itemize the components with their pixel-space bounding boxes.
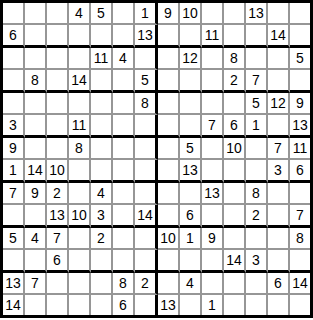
cell-r9c10[interactable]: 13 (202, 183, 224, 205)
cell-r7c11[interactable]: 10 (224, 138, 246, 160)
cell-r4c7[interactable]: 5 (135, 70, 158, 93)
cell-r2c13[interactable]: 14 (268, 25, 290, 48)
cell-r12c11[interactable]: 14 (224, 250, 246, 273)
cell-r6c9[interactable] (180, 115, 202, 138)
cell-r3c9[interactable]: 12 (180, 48, 202, 70)
cell-r12c4[interactable] (69, 250, 91, 273)
cell-r8c8[interactable] (158, 160, 180, 183)
cell-r4c12[interactable]: 7 (246, 70, 268, 93)
cell-r5c2[interactable] (25, 93, 47, 115)
cell-r1c14[interactable] (290, 3, 310, 25)
cell-r3c3[interactable] (47, 48, 69, 70)
cell-r6c14[interactable]: 13 (290, 115, 310, 138)
cell-r7c7[interactable] (135, 138, 158, 160)
cell-r14c7[interactable] (135, 295, 158, 315)
cell-r10c11[interactable] (224, 205, 246, 228)
board-row-10: 1310314627 (3, 205, 310, 228)
cell-r10c12[interactable]: 2 (246, 205, 268, 228)
cell-r10c8[interactable] (158, 205, 180, 228)
cell-r9c5[interactable]: 4 (91, 183, 113, 205)
cell-r5c8[interactable] (158, 93, 180, 115)
cell-r5c12[interactable]: 5 (246, 93, 268, 115)
cell-r4c8[interactable] (158, 70, 180, 93)
cell-r9c9[interactable] (180, 183, 202, 205)
cell-r4c5[interactable] (91, 70, 113, 93)
cell-r11c1[interactable]: 5 (3, 228, 25, 250)
cell-r4c2[interactable]: 8 (25, 70, 47, 93)
cell-r13c2[interactable]: 7 (25, 273, 47, 295)
cell-r11c9[interactable]: 1 (180, 228, 202, 250)
cell-r4c13[interactable] (268, 70, 290, 93)
cell-r1c12[interactable]: 13 (246, 3, 268, 25)
cell-r8c2[interactable]: 14 (25, 160, 47, 183)
cell-r14c9[interactable] (180, 295, 202, 315)
cell-r12c14[interactable] (290, 250, 310, 273)
board-row-14: 146131 (3, 295, 310, 315)
cell-r2c9[interactable] (180, 25, 202, 48)
cell-r14c4[interactable] (69, 295, 91, 315)
cell-r1c1[interactable] (3, 3, 25, 25)
cell-r13c10[interactable] (202, 273, 224, 295)
cell-r1c13[interactable] (268, 3, 290, 25)
cell-r6c6[interactable] (113, 115, 135, 138)
cell-r3c7[interactable] (135, 48, 158, 70)
cell-r3c2[interactable] (25, 48, 47, 70)
cell-r1c4[interactable]: 4 (69, 3, 91, 25)
cell-r6c12[interactable]: 1 (246, 115, 268, 138)
cell-r10c14[interactable]: 7 (290, 205, 310, 228)
cell-r14c10[interactable]: 1 (202, 295, 224, 315)
cell-r3c6[interactable]: 4 (113, 48, 135, 70)
cell-r8c3[interactable]: 10 (47, 160, 69, 183)
board-row-6: 31176113 (3, 115, 310, 138)
cell-r9c8[interactable] (158, 183, 180, 205)
cell-r8c7[interactable] (135, 160, 158, 183)
cell-r1c2[interactable] (25, 3, 47, 25)
board-row-8: 114101336 (3, 160, 310, 183)
cell-r1c11[interactable] (224, 3, 246, 25)
cell-r14c14[interactable] (290, 295, 310, 315)
cell-r4c11[interactable]: 2 (224, 70, 246, 93)
cell-r7c13[interactable]: 7 (268, 138, 290, 160)
cell-r7c5[interactable] (91, 138, 113, 160)
cell-r10c3[interactable]: 13 (47, 205, 69, 228)
cell-r2c7[interactable]: 13 (135, 25, 158, 48)
cell-r10c10[interactable] (202, 205, 224, 228)
cell-r3c12[interactable] (246, 48, 268, 70)
cell-r12c1[interactable] (3, 250, 25, 273)
board-row-3: 1141285 (3, 48, 310, 70)
cell-r6c1[interactable]: 3 (3, 115, 25, 138)
cell-r5c9[interactable] (180, 93, 202, 115)
cell-r9c6[interactable] (113, 183, 135, 205)
cell-r1c9[interactable]: 10 (180, 3, 202, 25)
cell-r1c6[interactable] (113, 3, 135, 25)
cell-r8c9[interactable]: 13 (180, 160, 202, 183)
cell-r14c5[interactable] (91, 295, 113, 315)
cell-r7c6[interactable] (113, 138, 135, 160)
cell-r13c14[interactable]: 14 (290, 273, 310, 295)
cell-r1c3[interactable] (47, 3, 69, 25)
cell-r2c1[interactable]: 6 (3, 25, 25, 48)
cell-r2c14[interactable] (290, 25, 310, 48)
cell-r12c7[interactable] (135, 250, 158, 273)
cell-r10c6[interactable] (113, 205, 135, 228)
board-row-9: 7924138 (3, 183, 310, 205)
cell-r8c12[interactable] (246, 160, 268, 183)
cell-r12c9[interactable] (180, 250, 202, 273)
cell-r6c5[interactable] (91, 115, 113, 138)
cell-r3c14[interactable]: 5 (290, 48, 310, 70)
cell-r12c8[interactable] (158, 250, 180, 273)
cell-r11c14[interactable]: 8 (290, 228, 310, 250)
cell-r9c11[interactable] (224, 183, 246, 205)
cell-r7c9[interactable]: 5 (180, 138, 202, 160)
cell-r11c7[interactable] (135, 228, 158, 250)
cell-r2c3[interactable] (47, 25, 69, 48)
board-row-4: 814527 (3, 70, 310, 93)
cell-r3c4[interactable] (69, 48, 91, 70)
cell-r13c12[interactable] (246, 273, 268, 295)
cell-r12c2[interactable] (25, 250, 47, 273)
cell-r13c11[interactable] (224, 273, 246, 295)
cell-r3c8[interactable] (158, 48, 180, 70)
cell-r13c8[interactable] (158, 273, 180, 295)
cell-r6c4[interactable]: 11 (69, 115, 91, 138)
cell-r11c11[interactable] (224, 228, 246, 250)
cell-r8c1[interactable]: 1 (3, 160, 25, 183)
cell-r5c1[interactable] (3, 93, 25, 115)
cell-r6c10[interactable]: 7 (202, 115, 224, 138)
cell-r5c6[interactable] (113, 93, 135, 115)
board-row-1: 45191013 (3, 3, 310, 25)
cell-r2c5[interactable] (91, 25, 113, 48)
cell-r13c5[interactable] (91, 273, 113, 295)
cell-r12c12[interactable]: 3 (246, 250, 268, 273)
cell-r5c10[interactable] (202, 93, 224, 115)
cell-r14c3[interactable] (47, 295, 69, 315)
cell-r1c7[interactable]: 1 (135, 3, 158, 25)
cell-r13c3[interactable] (47, 273, 69, 295)
cell-r9c4[interactable] (69, 183, 91, 205)
cell-r2c2[interactable] (25, 25, 47, 48)
cell-r14c6[interactable]: 6 (113, 295, 135, 315)
cell-r8c11[interactable] (224, 160, 246, 183)
cell-r9c14[interactable] (290, 183, 310, 205)
cell-r9c1[interactable]: 7 (3, 183, 25, 205)
cell-r12c6[interactable] (113, 250, 135, 273)
board-row-11: 547210198 (3, 228, 310, 250)
cell-r6c11[interactable]: 6 (224, 115, 246, 138)
cell-r7c1[interactable]: 9 (3, 138, 25, 160)
cell-r5c7[interactable]: 8 (135, 93, 158, 115)
cell-r9c7[interactable] (135, 183, 158, 205)
cell-r5c11[interactable] (224, 93, 246, 115)
board-row-5: 85129 (3, 93, 310, 115)
cell-r7c10[interactable] (202, 138, 224, 160)
cell-r2c8[interactable] (158, 25, 180, 48)
cell-r3c5[interactable]: 11 (91, 48, 113, 70)
cell-r9c12[interactable]: 8 (246, 183, 268, 205)
cell-r4c4[interactable]: 14 (69, 70, 91, 93)
cell-r14c13[interactable] (268, 295, 290, 315)
cell-r9c3[interactable]: 2 (47, 183, 69, 205)
cell-r2c6[interactable] (113, 25, 135, 48)
cell-r4c10[interactable] (202, 70, 224, 93)
cell-r7c14[interactable]: 11 (290, 138, 310, 160)
cell-r11c5[interactable]: 2 (91, 228, 113, 250)
cell-r14c12[interactable] (246, 295, 268, 315)
cell-r6c2[interactable] (25, 115, 47, 138)
cell-r4c14[interactable] (290, 70, 310, 93)
cell-r10c5[interactable]: 3 (91, 205, 113, 228)
cell-r11c10[interactable]: 9 (202, 228, 224, 250)
cell-r11c3[interactable]: 7 (47, 228, 69, 250)
cell-r14c11[interactable] (224, 295, 246, 315)
cell-r8c14[interactable]: 6 (290, 160, 310, 183)
cell-r10c7[interactable]: 14 (135, 205, 158, 228)
cell-r10c4[interactable]: 10 (69, 205, 91, 228)
board-row-7: 98510711 (3, 138, 310, 160)
cell-r4c1[interactable] (3, 70, 25, 93)
cell-r2c12[interactable] (246, 25, 268, 48)
cell-r3c10[interactable] (202, 48, 224, 70)
cell-r8c4[interactable] (69, 160, 91, 183)
cell-r1c8[interactable]: 9 (158, 3, 180, 25)
cell-r4c9[interactable] (180, 70, 202, 93)
cell-r3c11[interactable]: 8 (224, 48, 246, 70)
cell-r5c4[interactable] (69, 93, 91, 115)
cell-r7c4[interactable]: 8 (69, 138, 91, 160)
cell-r7c3[interactable] (47, 138, 69, 160)
cell-r12c5[interactable] (91, 250, 113, 273)
cell-r13c4[interactable] (69, 273, 91, 295)
cell-r11c6[interactable] (113, 228, 135, 250)
cell-r12c10[interactable] (202, 250, 224, 273)
cell-r11c12[interactable] (246, 228, 268, 250)
cell-r8c10[interactable] (202, 160, 224, 183)
cell-r14c8[interactable]: 13 (158, 295, 180, 315)
board-row-13: 137824614 (3, 273, 310, 295)
cell-r9c2[interactable]: 9 (25, 183, 47, 205)
cell-r12c13[interactable] (268, 250, 290, 273)
cell-r11c4[interactable] (69, 228, 91, 250)
cell-r5c13[interactable]: 12 (268, 93, 290, 115)
cell-r5c14[interactable]: 9 (290, 93, 310, 115)
cell-r6c3[interactable] (47, 115, 69, 138)
cell-r2c4[interactable] (69, 25, 91, 48)
cell-r7c12[interactable] (246, 138, 268, 160)
cell-r12c3[interactable]: 6 (47, 250, 69, 273)
cell-r10c13[interactable] (268, 205, 290, 228)
cell-r10c1[interactable] (3, 205, 25, 228)
cell-r7c8[interactable] (158, 138, 180, 160)
cell-r3c13[interactable] (268, 48, 290, 70)
cell-r6c8[interactable] (158, 115, 180, 138)
cell-r8c13[interactable]: 3 (268, 160, 290, 183)
cell-r4c3[interactable] (47, 70, 69, 93)
board-row-2: 6131114 (3, 25, 310, 48)
cell-r14c2[interactable] (25, 295, 47, 315)
cell-r13c7[interactable]: 2 (135, 273, 158, 295)
sudoku-board: 4519101361311141141285814527851293117611… (0, 0, 313, 318)
cell-r2c11[interactable] (224, 25, 246, 48)
cell-r11c2[interactable]: 4 (25, 228, 47, 250)
cell-r13c1[interactable]: 13 (3, 273, 25, 295)
cell-r6c13[interactable] (268, 115, 290, 138)
cell-r11c13[interactable] (268, 228, 290, 250)
cell-r10c2[interactable] (25, 205, 47, 228)
cell-r13c6[interactable]: 8 (113, 273, 135, 295)
cell-r10c9[interactable]: 6 (180, 205, 202, 228)
cell-r9c13[interactable] (268, 183, 290, 205)
cell-r5c3[interactable] (47, 93, 69, 115)
cell-r8c5[interactable] (91, 160, 113, 183)
cell-r3c1[interactable] (3, 48, 25, 70)
cell-r6c7[interactable] (135, 115, 158, 138)
cell-r1c10[interactable] (202, 3, 224, 25)
cell-r13c13[interactable]: 6 (268, 273, 290, 295)
cell-r4c6[interactable] (113, 70, 135, 93)
cell-r14c1[interactable]: 14 (3, 295, 25, 315)
cell-r1c5[interactable]: 5 (91, 3, 113, 25)
cell-r11c8[interactable]: 10 (158, 228, 180, 250)
cell-r13c9[interactable]: 4 (180, 273, 202, 295)
cell-r5c5[interactable] (91, 93, 113, 115)
cell-r7c2[interactable] (25, 138, 47, 160)
cell-r2c10[interactable]: 11 (202, 25, 224, 48)
cell-r8c6[interactable] (113, 160, 135, 183)
board-row-12: 6143 (3, 250, 310, 273)
